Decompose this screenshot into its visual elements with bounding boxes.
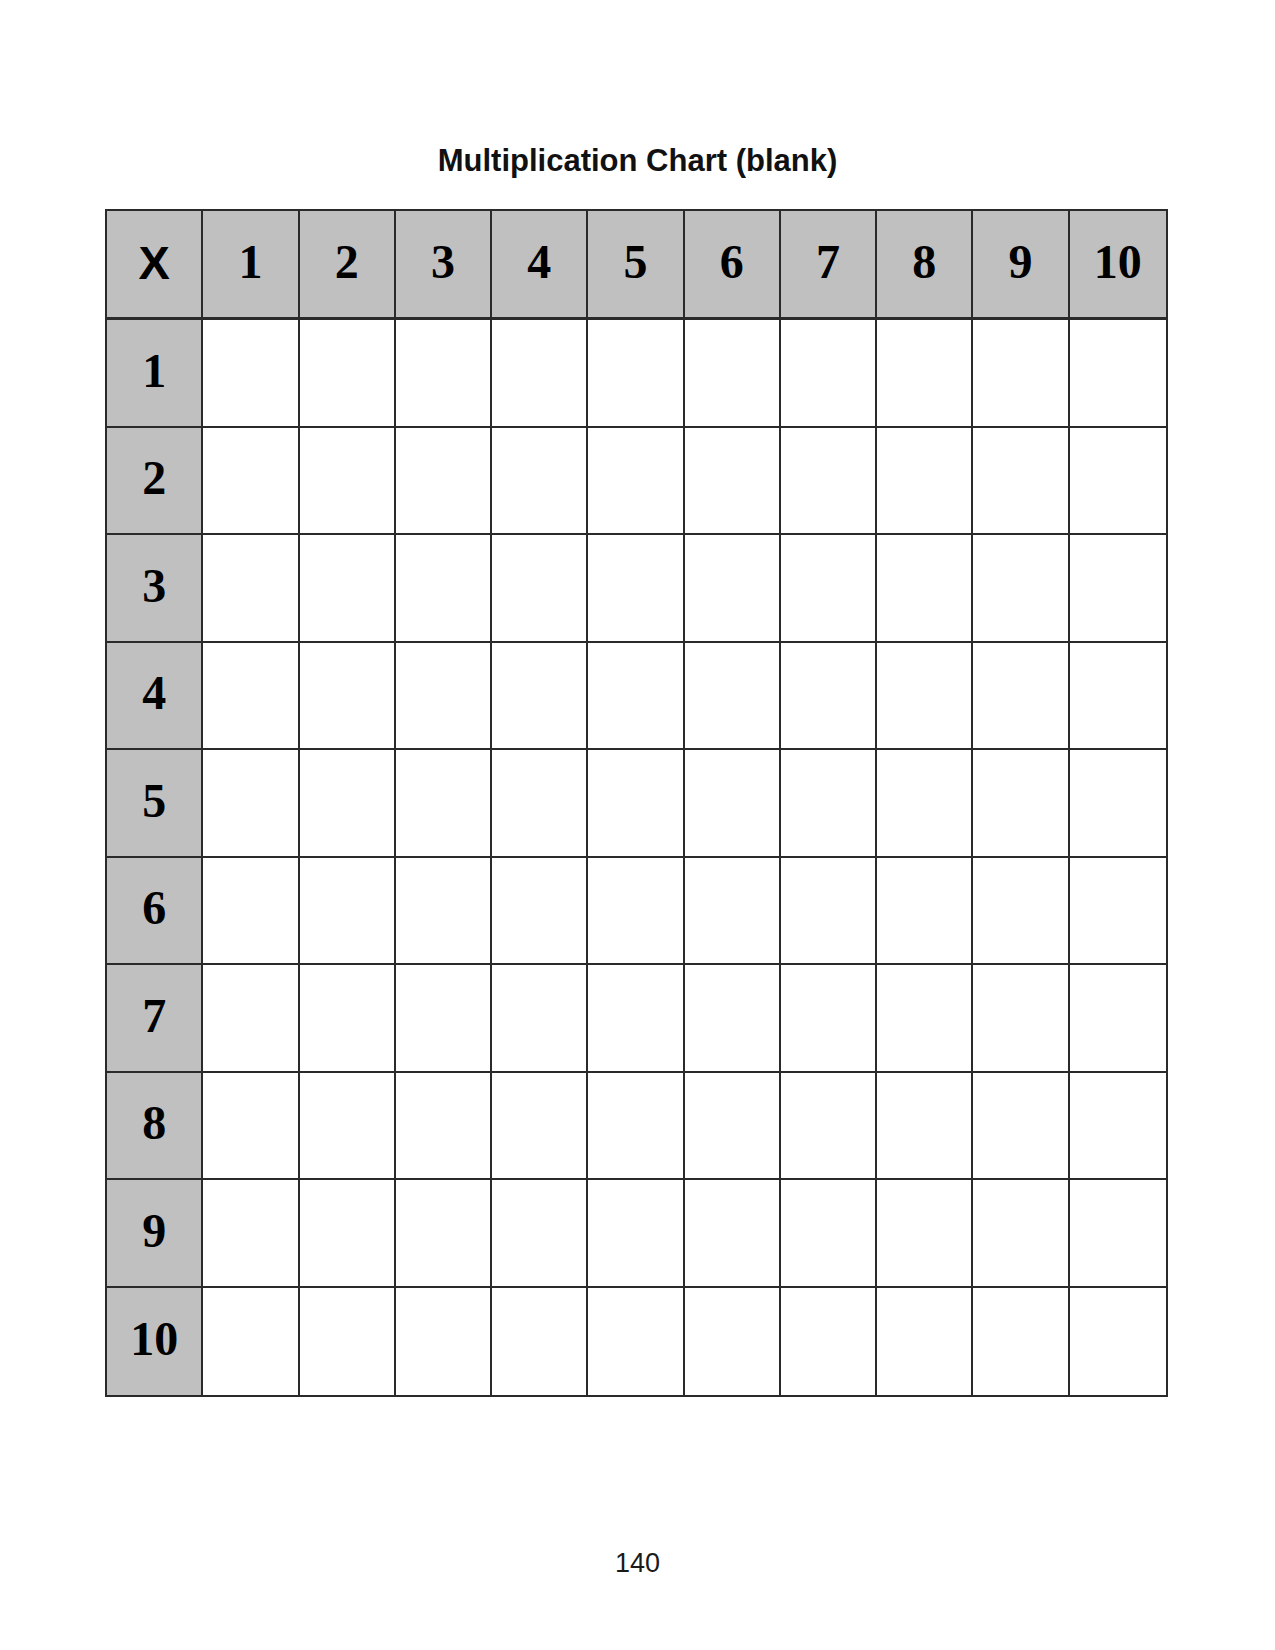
cell-r2-c5 xyxy=(588,428,684,536)
row-header-7: 7 xyxy=(107,965,203,1073)
cell-r3-c7 xyxy=(781,535,877,643)
cell-r8-c10 xyxy=(1070,1073,1166,1181)
cell-r7-c7 xyxy=(781,965,877,1073)
column-header-10: 10 xyxy=(1070,211,1166,320)
cell-r4-c10 xyxy=(1070,643,1166,751)
cell-r7-c8 xyxy=(877,965,973,1073)
column-header-7: 7 xyxy=(781,211,877,320)
cell-r5-c10 xyxy=(1070,750,1166,858)
cell-r2-c8 xyxy=(877,428,973,536)
cell-r4-c4 xyxy=(492,643,588,751)
cell-r8-c1 xyxy=(203,1073,299,1181)
cell-r5-c1 xyxy=(203,750,299,858)
cell-r2-c3 xyxy=(396,428,492,536)
cell-r6-c4 xyxy=(492,858,588,966)
cell-r9-c1 xyxy=(203,1180,299,1288)
cell-r4-c9 xyxy=(973,643,1069,751)
row-header-9: 9 xyxy=(107,1180,203,1288)
cell-r6-c10 xyxy=(1070,858,1166,966)
column-header-2: 2 xyxy=(300,211,396,320)
cell-r3-c2 xyxy=(300,535,396,643)
cell-r1-c7 xyxy=(781,320,877,428)
cell-r4-c5 xyxy=(588,643,684,751)
cell-r8-c2 xyxy=(300,1073,396,1181)
cell-r10-c10 xyxy=(1070,1288,1166,1396)
cell-r7-c2 xyxy=(300,965,396,1073)
cell-r7-c5 xyxy=(588,965,684,1073)
cell-r7-c6 xyxy=(685,965,781,1073)
cell-r1-c8 xyxy=(877,320,973,428)
cell-r9-c8 xyxy=(877,1180,973,1288)
cell-r7-c3 xyxy=(396,965,492,1073)
worksheet-page: Multiplication Chart (blank) X1234567891… xyxy=(0,0,1275,1650)
cell-r8-c4 xyxy=(492,1073,588,1181)
cell-r6-c9 xyxy=(973,858,1069,966)
cell-r6-c5 xyxy=(588,858,684,966)
cell-r5-c5 xyxy=(588,750,684,858)
cell-r9-c9 xyxy=(973,1180,1069,1288)
cell-r6-c3 xyxy=(396,858,492,966)
cell-r2-c6 xyxy=(685,428,781,536)
cell-r7-c10 xyxy=(1070,965,1166,1073)
cell-r10-c3 xyxy=(396,1288,492,1396)
cell-r10-c1 xyxy=(203,1288,299,1396)
page-title: Multiplication Chart (blank) xyxy=(0,145,1275,176)
cell-r3-c1 xyxy=(203,535,299,643)
row-header-10: 10 xyxy=(107,1288,203,1396)
column-header-8: 8 xyxy=(877,211,973,320)
cell-r6-c7 xyxy=(781,858,877,966)
cell-r1-c1 xyxy=(203,320,299,428)
cell-r6-c8 xyxy=(877,858,973,966)
cell-r4-c8 xyxy=(877,643,973,751)
column-header-3: 3 xyxy=(396,211,492,320)
cell-r3-c9 xyxy=(973,535,1069,643)
cell-r9-c7 xyxy=(781,1180,877,1288)
cell-r6-c6 xyxy=(685,858,781,966)
cell-r2-c7 xyxy=(781,428,877,536)
cell-r4-c3 xyxy=(396,643,492,751)
cell-r7-c1 xyxy=(203,965,299,1073)
cell-r1-c10 xyxy=(1070,320,1166,428)
column-header-6: 6 xyxy=(685,211,781,320)
cell-r4-c6 xyxy=(685,643,781,751)
cell-r7-c4 xyxy=(492,965,588,1073)
cell-r4-c2 xyxy=(300,643,396,751)
cell-r3-c4 xyxy=(492,535,588,643)
row-header-8: 8 xyxy=(107,1073,203,1181)
cell-r5-c8 xyxy=(877,750,973,858)
page-number: 140 xyxy=(0,1550,1275,1577)
cell-r9-c3 xyxy=(396,1180,492,1288)
row-header-3: 3 xyxy=(107,535,203,643)
row-header-6: 6 xyxy=(107,858,203,966)
cell-r10-c5 xyxy=(588,1288,684,1396)
column-header-9: 9 xyxy=(973,211,1069,320)
cell-r10-c4 xyxy=(492,1288,588,1396)
cell-r8-c8 xyxy=(877,1073,973,1181)
cell-r2-c1 xyxy=(203,428,299,536)
cell-r8-c3 xyxy=(396,1073,492,1181)
cell-r10-c2 xyxy=(300,1288,396,1396)
cell-r3-c10 xyxy=(1070,535,1166,643)
cell-r9-c2 xyxy=(300,1180,396,1288)
cell-r5-c2 xyxy=(300,750,396,858)
row-header-1: 1 xyxy=(107,320,203,428)
cell-r1-c3 xyxy=(396,320,492,428)
cell-r4-c7 xyxy=(781,643,877,751)
cell-r6-c1 xyxy=(203,858,299,966)
cell-r5-c4 xyxy=(492,750,588,858)
column-header-5: 5 xyxy=(588,211,684,320)
cell-r1-c6 xyxy=(685,320,781,428)
cell-r4-c1 xyxy=(203,643,299,751)
cell-r7-c9 xyxy=(973,965,1069,1073)
cell-r5-c7 xyxy=(781,750,877,858)
cell-r3-c5 xyxy=(588,535,684,643)
column-header-1: 1 xyxy=(203,211,299,320)
cell-r5-c3 xyxy=(396,750,492,858)
cell-r5-c6 xyxy=(685,750,781,858)
cell-r2-c9 xyxy=(973,428,1069,536)
multiplication-grid: X1234567891012345678910 xyxy=(105,209,1168,1397)
cell-r1-c2 xyxy=(300,320,396,428)
cell-r9-c10 xyxy=(1070,1180,1166,1288)
corner-x-header: X xyxy=(107,211,203,320)
cell-r8-c7 xyxy=(781,1073,877,1181)
cell-r10-c8 xyxy=(877,1288,973,1396)
cell-r8-c9 xyxy=(973,1073,1069,1181)
cell-r2-c10 xyxy=(1070,428,1166,536)
row-header-2: 2 xyxy=(107,428,203,536)
cell-r9-c4 xyxy=(492,1180,588,1288)
cell-r2-c4 xyxy=(492,428,588,536)
row-header-5: 5 xyxy=(107,750,203,858)
cell-r2-c2 xyxy=(300,428,396,536)
cell-r10-c6 xyxy=(685,1288,781,1396)
cell-r9-c5 xyxy=(588,1180,684,1288)
cell-r1-c4 xyxy=(492,320,588,428)
column-header-4: 4 xyxy=(492,211,588,320)
row-header-4: 4 xyxy=(107,643,203,751)
cell-r3-c8 xyxy=(877,535,973,643)
cell-r8-c5 xyxy=(588,1073,684,1181)
cell-r5-c9 xyxy=(973,750,1069,858)
cell-r9-c6 xyxy=(685,1180,781,1288)
cell-r1-c9 xyxy=(973,320,1069,428)
cell-r10-c7 xyxy=(781,1288,877,1396)
cell-r6-c2 xyxy=(300,858,396,966)
cell-r1-c5 xyxy=(588,320,684,428)
cell-r8-c6 xyxy=(685,1073,781,1181)
cell-r3-c6 xyxy=(685,535,781,643)
cell-r10-c9 xyxy=(973,1288,1069,1396)
cell-r3-c3 xyxy=(396,535,492,643)
